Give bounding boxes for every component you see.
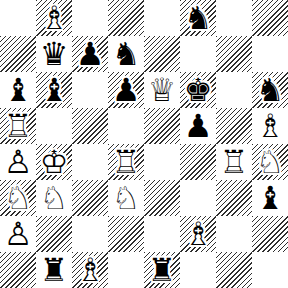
square-b7[interactable]: ♛♛ — [36, 36, 72, 72]
piece-black-rook[interactable]: ♜♜ — [36, 252, 72, 288]
white-bishop-icon: ♗ — [36, 0, 72, 36]
square-h6[interactable]: ♞♞ — [252, 72, 288, 108]
square-d1[interactable] — [108, 252, 144, 288]
piece-white-knight[interactable]: ♞♘ — [252, 144, 288, 180]
piece-white-pawn[interactable]: ♟♙ — [0, 216, 36, 252]
square-h5[interactable]: ♝♗ — [252, 108, 288, 144]
piece-white-king[interactable]: ♚♔ — [36, 144, 72, 180]
square-c3[interactable] — [72, 180, 108, 216]
piece-white-knight[interactable]: ♞♘ — [36, 180, 72, 216]
square-e1[interactable]: ♜♜ — [144, 252, 180, 288]
square-d4[interactable]: ♜♖ — [108, 144, 144, 180]
black-pawn-icon: ♟ — [108, 72, 144, 108]
black-pawn-icon: ♟ — [180, 108, 216, 144]
square-h7[interactable] — [252, 36, 288, 72]
piece-white-knight[interactable]: ♞♘ — [0, 180, 36, 216]
square-c1[interactable]: ♝♗ — [72, 252, 108, 288]
square-g7[interactable] — [216, 36, 252, 72]
white-pawn-icon: ♙ — [0, 216, 36, 252]
black-king-icon: ♚ — [180, 72, 216, 108]
white-queen-icon: ♕ — [144, 72, 180, 108]
black-bishop-icon: ♝ — [0, 72, 36, 108]
square-g8[interactable] — [216, 0, 252, 36]
square-c6[interactable] — [72, 72, 108, 108]
square-a6[interactable]: ♝♝ — [0, 72, 36, 108]
square-g2[interactable] — [216, 216, 252, 252]
square-b5[interactable] — [36, 108, 72, 144]
square-h1[interactable] — [252, 252, 288, 288]
piece-white-bishop[interactable]: ♝♗ — [36, 0, 72, 36]
square-e8[interactable] — [144, 0, 180, 36]
piece-black-pawn[interactable]: ♟♟ — [72, 36, 108, 72]
square-b2[interactable] — [36, 216, 72, 252]
piece-white-rook[interactable]: ♜♖ — [216, 144, 252, 180]
piece-black-knight[interactable]: ♞♞ — [252, 72, 288, 108]
square-a3[interactable]: ♞♘ — [0, 180, 36, 216]
piece-black-bishop[interactable]: ♝♝ — [0, 72, 36, 108]
square-e2[interactable] — [144, 216, 180, 252]
square-f7[interactable] — [180, 36, 216, 72]
chess-board: ♝♗♞♞♛♛♟♟♞♞♝♝♝♝♟♟♛♕♚♚♞♞♜♖♟♟♝♗♟♙♚♔♜♖♜♖♞♘♞♘… — [0, 0, 288, 288]
white-bishop-icon: ♗ — [72, 252, 108, 288]
square-c5[interactable] — [72, 108, 108, 144]
piece-white-bishop[interactable]: ♝♗ — [72, 252, 108, 288]
square-e7[interactable] — [144, 36, 180, 72]
white-rook-icon: ♖ — [216, 144, 252, 180]
square-d3[interactable]: ♞♘ — [108, 180, 144, 216]
square-f2[interactable]: ♝♗ — [180, 216, 216, 252]
piece-white-pawn[interactable]: ♟♙ — [0, 144, 36, 180]
square-h2[interactable] — [252, 216, 288, 252]
square-f6[interactable]: ♚♚ — [180, 72, 216, 108]
white-king-icon: ♔ — [36, 144, 72, 180]
white-knight-icon: ♘ — [36, 180, 72, 216]
white-bishop-icon: ♗ — [252, 108, 288, 144]
piece-black-knight[interactable]: ♞♞ — [180, 0, 216, 36]
square-a2[interactable]: ♟♙ — [0, 216, 36, 252]
square-g4[interactable]: ♜♖ — [216, 144, 252, 180]
square-b8[interactable]: ♝♗ — [36, 0, 72, 36]
square-d2[interactable] — [108, 216, 144, 252]
black-bishop-icon: ♝ — [252, 180, 288, 216]
white-knight-icon: ♘ — [252, 144, 288, 180]
square-c8[interactable] — [72, 0, 108, 36]
black-knight-icon: ♞ — [252, 72, 288, 108]
square-f4[interactable] — [180, 144, 216, 180]
piece-black-queen[interactable]: ♛♛ — [36, 36, 72, 72]
square-g1[interactable] — [216, 252, 252, 288]
white-pawn-icon: ♙ — [0, 144, 36, 180]
square-h8[interactable] — [252, 0, 288, 36]
square-a1[interactable] — [0, 252, 36, 288]
square-a8[interactable] — [0, 0, 36, 36]
piece-white-bishop[interactable]: ♝♗ — [180, 216, 216, 252]
square-f1[interactable] — [180, 252, 216, 288]
black-rook-icon: ♜ — [144, 252, 180, 288]
square-g6[interactable] — [216, 72, 252, 108]
square-e5[interactable] — [144, 108, 180, 144]
square-b4[interactable]: ♚♔ — [36, 144, 72, 180]
piece-white-knight[interactable]: ♞♘ — [108, 180, 144, 216]
square-a4[interactable]: ♟♙ — [0, 144, 36, 180]
black-queen-icon: ♛ — [36, 36, 72, 72]
square-h4[interactable]: ♞♘ — [252, 144, 288, 180]
square-c4[interactable] — [72, 144, 108, 180]
square-c7[interactable]: ♟♟ — [72, 36, 108, 72]
square-b6[interactable]: ♝♝ — [36, 72, 72, 108]
square-a5[interactable]: ♜♖ — [0, 108, 36, 144]
black-knight-icon: ♞ — [180, 0, 216, 36]
square-a7[interactable] — [0, 36, 36, 72]
square-f3[interactable] — [180, 180, 216, 216]
piece-black-knight[interactable]: ♞♞ — [108, 36, 144, 72]
square-e4[interactable] — [144, 144, 180, 180]
piece-black-pawn[interactable]: ♟♟ — [108, 72, 144, 108]
piece-black-king[interactable]: ♚♚ — [180, 72, 216, 108]
white-knight-icon: ♘ — [108, 180, 144, 216]
square-g3[interactable] — [216, 180, 252, 216]
square-h3[interactable]: ♝♝ — [252, 180, 288, 216]
white-rook-icon: ♖ — [0, 108, 36, 144]
square-d7[interactable]: ♞♞ — [108, 36, 144, 72]
square-d5[interactable] — [108, 108, 144, 144]
white-bishop-icon: ♗ — [180, 216, 216, 252]
black-rook-icon: ♜ — [36, 252, 72, 288]
square-f5[interactable]: ♟♟ — [180, 108, 216, 144]
piece-white-queen[interactable]: ♛♕ — [144, 72, 180, 108]
square-g5[interactable] — [216, 108, 252, 144]
piece-black-pawn[interactable]: ♟♟ — [180, 108, 216, 144]
square-f8[interactable]: ♞♞ — [180, 0, 216, 36]
square-e6[interactable]: ♛♕ — [144, 72, 180, 108]
square-c2[interactable] — [72, 216, 108, 252]
square-d8[interactable] — [108, 0, 144, 36]
piece-black-rook[interactable]: ♜♜ — [144, 252, 180, 288]
black-knight-icon: ♞ — [108, 36, 144, 72]
white-rook-icon: ♖ — [108, 144, 144, 180]
black-pawn-icon: ♟ — [72, 36, 108, 72]
square-e3[interactable] — [144, 180, 180, 216]
piece-black-bishop[interactable]: ♝♝ — [36, 72, 72, 108]
square-d6[interactable]: ♟♟ — [108, 72, 144, 108]
square-b1[interactable]: ♜♜ — [36, 252, 72, 288]
piece-black-bishop[interactable]: ♝♝ — [252, 180, 288, 216]
square-b3[interactable]: ♞♘ — [36, 180, 72, 216]
piece-white-rook[interactable]: ♜♖ — [0, 108, 36, 144]
piece-white-bishop[interactable]: ♝♗ — [252, 108, 288, 144]
black-bishop-icon: ♝ — [36, 72, 72, 108]
piece-white-rook[interactable]: ♜♖ — [108, 144, 144, 180]
white-knight-icon: ♘ — [0, 180, 36, 216]
